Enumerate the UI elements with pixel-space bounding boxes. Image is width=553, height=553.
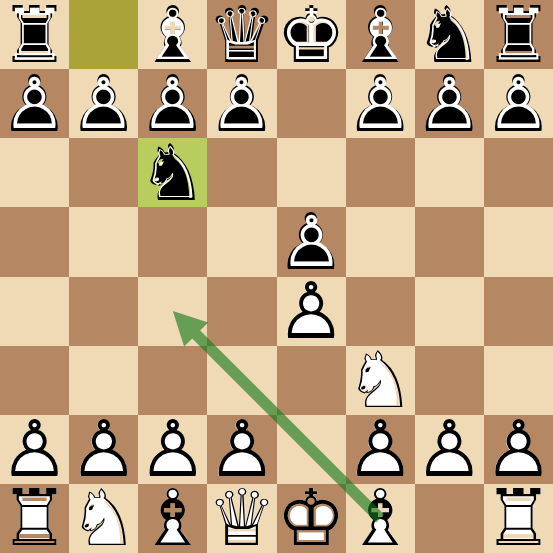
piece-glyph-outline: ♖ [3, 3, 65, 65]
square-f7[interactable]: ♟♙ [346, 69, 415, 138]
piece-black-pawn[interactable]: ♟♙ [69, 69, 138, 138]
board-squares: ♜♖♝♗♛♕♚♔♝♗♞♘♜♖♟♙♟♙♟♙♟♙♟♙♟♙♟♙♞♘♟♙♟♙♞♘♟♙♟♙… [0, 0, 553, 553]
piece-white-bishop[interactable]: ♝♗ [138, 484, 207, 553]
piece-black-pawn[interactable]: ♟♙ [484, 69, 553, 138]
piece-glyph-outline: ♙ [142, 73, 204, 135]
square-e8[interactable]: ♚♔ [277, 0, 346, 69]
square-g5[interactable] [415, 207, 484, 276]
square-h7[interactable]: ♟♙ [484, 69, 553, 138]
piece-glyph-outline: ♙ [415, 415, 484, 484]
square-g1[interactable] [415, 484, 484, 553]
piece-white-bishop[interactable]: ♝♗ [346, 484, 415, 553]
piece-black-knight[interactable]: ♞♘ [138, 138, 207, 207]
square-a4[interactable] [0, 277, 69, 346]
piece-glyph-outline: ♗ [349, 3, 411, 65]
chess-board: ♜♖♝♗♛♕♚♔♝♗♞♘♜♖♟♙♟♙♟♙♟♙♟♙♟♙♟♙♞♘♟♙♟♙♞♘♟♙♟♙… [0, 0, 553, 553]
square-d4[interactable] [207, 277, 276, 346]
piece-glyph-outline: ♖ [484, 484, 553, 553]
piece-glyph-outline: ♙ [3, 73, 65, 135]
piece-white-queen[interactable]: ♛♕ [207, 484, 276, 553]
square-b7[interactable]: ♟♙ [69, 69, 138, 138]
square-b1[interactable]: ♞♘ [69, 484, 138, 553]
square-g2[interactable]: ♟♙ [415, 415, 484, 484]
piece-white-rook[interactable]: ♜♖ [484, 484, 553, 553]
piece-glyph-outline: ♙ [211, 73, 273, 135]
piece-white-knight[interactable]: ♞♘ [69, 484, 138, 553]
piece-glyph-outline: ♖ [487, 3, 549, 65]
piece-white-rook[interactable]: ♜♖ [0, 484, 69, 553]
square-a7[interactable]: ♟♙ [0, 69, 69, 138]
piece-glyph-outline: ♙ [277, 277, 346, 346]
square-g4[interactable] [415, 277, 484, 346]
square-e4[interactable]: ♟♙ [277, 277, 346, 346]
square-c1[interactable]: ♝♗ [138, 484, 207, 553]
piece-glyph-outline: ♕ [207, 484, 276, 553]
square-b4[interactable] [69, 277, 138, 346]
square-g7[interactable]: ♟♙ [415, 69, 484, 138]
square-h4[interactable] [484, 277, 553, 346]
square-c6[interactable]: ♞♘ [138, 138, 207, 207]
square-d5[interactable] [207, 207, 276, 276]
square-a1[interactable]: ♜♖ [0, 484, 69, 553]
square-d7[interactable]: ♟♙ [207, 69, 276, 138]
piece-black-pawn[interactable]: ♟♙ [415, 69, 484, 138]
square-b5[interactable] [69, 207, 138, 276]
piece-glyph-outline: ♗ [142, 3, 204, 65]
piece-white-pawn[interactable]: ♟♙ [415, 415, 484, 484]
piece-glyph-outline: ♔ [280, 3, 342, 65]
square-a5[interactable] [0, 207, 69, 276]
piece-glyph-outline: ♘ [69, 484, 138, 553]
square-h5[interactable] [484, 207, 553, 276]
piece-black-pawn[interactable]: ♟♙ [0, 69, 69, 138]
piece-glyph-outline: ♘ [418, 3, 480, 65]
piece-glyph-outline: ♗ [138, 484, 207, 553]
square-e1[interactable]: ♚♔ [277, 484, 346, 553]
piece-glyph-outline: ♙ [487, 73, 549, 135]
piece-glyph-outline: ♙ [349, 73, 411, 135]
square-c4[interactable] [138, 277, 207, 346]
square-d1[interactable]: ♛♕ [207, 484, 276, 553]
square-f1[interactable]: ♝♗ [346, 484, 415, 553]
piece-glyph-outline: ♙ [73, 73, 135, 135]
piece-black-pawn[interactable]: ♟♙ [207, 69, 276, 138]
piece-glyph-outline: ♙ [418, 73, 480, 135]
piece-white-king[interactable]: ♚♔ [277, 484, 346, 553]
square-f5[interactable] [346, 207, 415, 276]
piece-glyph-outline: ♘ [142, 142, 204, 204]
piece-black-king[interactable]: ♚♔ [277, 0, 346, 69]
piece-white-pawn[interactable]: ♟♙ [277, 277, 346, 346]
piece-glyph-outline: ♕ [211, 3, 273, 65]
square-h1[interactable]: ♜♖ [484, 484, 553, 553]
piece-glyph-outline: ♔ [277, 484, 346, 553]
piece-glyph-outline: ♖ [0, 484, 69, 553]
piece-glyph-outline: ♙ [280, 211, 342, 273]
piece-black-pawn[interactable]: ♟♙ [346, 69, 415, 138]
piece-glyph-outline: ♗ [346, 484, 415, 553]
